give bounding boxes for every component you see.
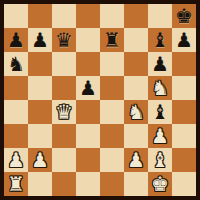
square-a5[interactable] — [4, 76, 28, 100]
square-a4[interactable] — [4, 100, 28, 124]
piece-black-pawn-h7[interactable]: ♟ — [175, 28, 193, 52]
square-d8[interactable] — [76, 4, 100, 28]
square-f3[interactable] — [124, 124, 148, 148]
square-g5[interactable]: ♞ — [148, 76, 172, 100]
square-a7[interactable]: ♟ — [4, 28, 28, 52]
square-b6[interactable] — [28, 52, 52, 76]
square-f5[interactable] — [124, 76, 148, 100]
square-a6[interactable]: ♞ — [4, 52, 28, 76]
piece-white-pawn-g3[interactable]: ♟ — [151, 124, 169, 148]
square-b8[interactable] — [28, 4, 52, 28]
square-g3[interactable]: ♟ — [148, 124, 172, 148]
square-f2[interactable]: ♟ — [124, 148, 148, 172]
square-h2[interactable] — [172, 148, 196, 172]
square-h7[interactable]: ♟ — [172, 28, 196, 52]
square-g8[interactable] — [148, 4, 172, 28]
square-a2[interactable]: ♟ — [4, 148, 28, 172]
square-c6[interactable] — [52, 52, 76, 76]
square-f6[interactable] — [124, 52, 148, 76]
piece-white-king-g1[interactable]: ♚ — [151, 172, 169, 196]
piece-white-knight-g5[interactable]: ♞ — [151, 76, 169, 100]
square-h5[interactable] — [172, 76, 196, 100]
square-c3[interactable] — [52, 124, 76, 148]
square-f4[interactable]: ♞ — [124, 100, 148, 124]
square-e5[interactable] — [100, 76, 124, 100]
square-g6[interactable]: ♟ — [148, 52, 172, 76]
piece-black-king-h8[interactable]: ♚ — [175, 4, 193, 28]
square-d6[interactable] — [76, 52, 100, 76]
square-d3[interactable] — [76, 124, 100, 148]
chess-board-frame: ♚♟♟♛♜♝♟♞♟♟♞♛♞♝♟♟♟♟♝♜♚ — [0, 0, 200, 200]
square-g2[interactable]: ♝ — [148, 148, 172, 172]
piece-black-rook-e7[interactable]: ♜ — [103, 28, 121, 52]
square-d4[interactable] — [76, 100, 100, 124]
square-a3[interactable] — [4, 124, 28, 148]
square-g7[interactable]: ♝ — [148, 28, 172, 52]
square-e6[interactable] — [100, 52, 124, 76]
square-h3[interactable] — [172, 124, 196, 148]
square-f7[interactable] — [124, 28, 148, 52]
piece-black-pawn-g6[interactable]: ♟ — [151, 52, 169, 76]
piece-black-pawn-a7[interactable]: ♟ — [7, 28, 25, 52]
square-c5[interactable] — [52, 76, 76, 100]
square-e1[interactable] — [100, 172, 124, 196]
piece-white-pawn-b2[interactable]: ♟ — [31, 148, 49, 172]
square-e8[interactable] — [100, 4, 124, 28]
square-a8[interactable] — [4, 4, 28, 28]
square-d2[interactable] — [76, 148, 100, 172]
square-g1[interactable]: ♚ — [148, 172, 172, 196]
piece-white-knight-f4[interactable]: ♞ — [127, 100, 145, 124]
square-b3[interactable] — [28, 124, 52, 148]
square-c8[interactable] — [52, 4, 76, 28]
piece-black-queen-c7[interactable]: ♛ — [55, 28, 73, 52]
square-h8[interactable]: ♚ — [172, 4, 196, 28]
square-d5[interactable]: ♟ — [76, 76, 100, 100]
piece-black-pawn-d5[interactable]: ♟ — [79, 76, 97, 100]
piece-black-pawn-b7[interactable]: ♟ — [31, 28, 49, 52]
square-d7[interactable] — [76, 28, 100, 52]
square-b5[interactable] — [28, 76, 52, 100]
square-b2[interactable]: ♟ — [28, 148, 52, 172]
piece-white-pawn-f2[interactable]: ♟ — [127, 148, 145, 172]
piece-black-bishop-g4[interactable]: ♝ — [151, 100, 169, 124]
square-e2[interactable] — [100, 148, 124, 172]
square-e4[interactable] — [100, 100, 124, 124]
square-a1[interactable]: ♜ — [4, 172, 28, 196]
piece-black-bishop-g7[interactable]: ♝ — [151, 28, 169, 52]
square-c2[interactable] — [52, 148, 76, 172]
square-d1[interactable] — [76, 172, 100, 196]
square-h6[interactable] — [172, 52, 196, 76]
square-c7[interactable]: ♛ — [52, 28, 76, 52]
piece-black-knight-a6[interactable]: ♞ — [7, 52, 25, 76]
square-e3[interactable] — [100, 124, 124, 148]
piece-white-bishop-g2[interactable]: ♝ — [151, 148, 169, 172]
square-b7[interactable]: ♟ — [28, 28, 52, 52]
chess-board: ♚♟♟♛♜♝♟♞♟♟♞♛♞♝♟♟♟♟♝♜♚ — [4, 4, 196, 196]
square-h1[interactable] — [172, 172, 196, 196]
square-c1[interactable] — [52, 172, 76, 196]
square-c4[interactable]: ♛ — [52, 100, 76, 124]
square-g4[interactable]: ♝ — [148, 100, 172, 124]
square-e7[interactable]: ♜ — [100, 28, 124, 52]
piece-white-queen-c4[interactable]: ♛ — [55, 100, 73, 124]
square-b4[interactable] — [28, 100, 52, 124]
square-h4[interactable] — [172, 100, 196, 124]
piece-white-rook-a1[interactable]: ♜ — [7, 172, 25, 196]
piece-white-pawn-a2[interactable]: ♟ — [7, 148, 25, 172]
square-b1[interactable] — [28, 172, 52, 196]
square-f1[interactable] — [124, 172, 148, 196]
square-f8[interactable] — [124, 4, 148, 28]
